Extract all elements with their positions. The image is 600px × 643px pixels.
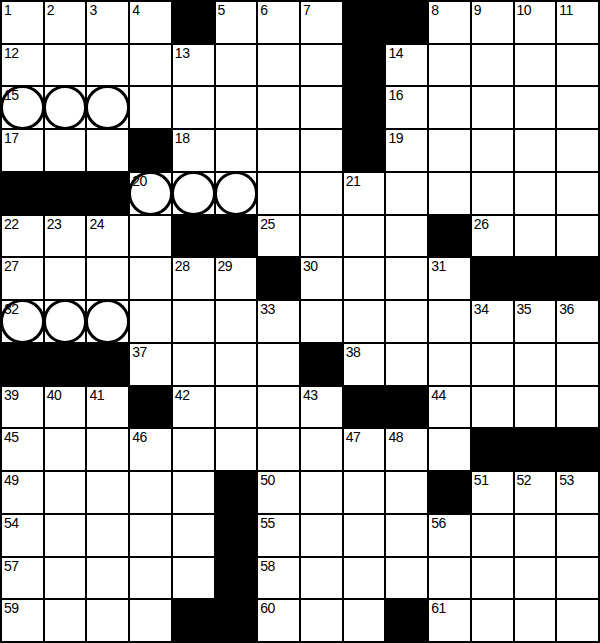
grid-cell[interactable] — [130, 216, 171, 257]
grid-cell[interactable] — [258, 387, 299, 428]
black-cell — [429, 216, 470, 257]
grid-cell[interactable]: 25 — [258, 216, 299, 257]
grid-cell[interactable]: 42 — [173, 387, 214, 428]
clue-number: 29 — [218, 259, 233, 274]
grid-cell[interactable] — [386, 301, 427, 342]
clue-number: 31 — [431, 259, 446, 274]
clue-number: 27 — [4, 259, 19, 274]
grid-cell[interactable] — [472, 87, 513, 128]
grid-cell[interactable] — [216, 173, 257, 214]
grid-cell[interactable]: 34 — [472, 301, 513, 342]
grid-cell[interactable]: 35 — [515, 301, 556, 342]
clue-number: 11 — [559, 3, 573, 18]
black-cell — [216, 600, 257, 641]
clue-number: 22 — [4, 217, 19, 232]
grid-cell[interactable] — [301, 216, 342, 257]
black-cell — [130, 387, 171, 428]
grid-cell[interactable]: 28 — [173, 258, 214, 299]
grid-cell[interactable] — [173, 515, 214, 556]
grid-cell[interactable] — [87, 258, 128, 299]
grid-cell[interactable] — [557, 87, 598, 128]
clue-number: 51 — [474, 473, 489, 488]
grid-cell[interactable]: 24 — [87, 216, 128, 257]
black-cell — [557, 429, 598, 470]
clue-number: 30 — [303, 259, 318, 274]
grid-cell[interactable] — [557, 344, 598, 385]
clue-number: 23 — [47, 217, 62, 232]
grid-cell[interactable]: 23 — [45, 216, 86, 257]
black-cell — [429, 472, 470, 513]
grid-cell[interactable] — [130, 600, 171, 641]
grid-cell[interactable] — [429, 45, 470, 86]
clue-number: 61 — [431, 601, 446, 616]
grid-cell[interactable] — [515, 173, 556, 214]
black-cell — [386, 2, 427, 43]
grid-cell[interactable]: 2 — [45, 2, 86, 43]
grid-cell[interactable] — [515, 216, 556, 257]
grid-cell[interactable] — [258, 45, 299, 86]
black-cell — [344, 2, 385, 43]
grid-cell[interactable] — [45, 558, 86, 599]
black-cell — [87, 173, 128, 214]
grid-cell[interactable]: 60 — [258, 600, 299, 641]
grid-cell[interactable] — [173, 558, 214, 599]
clue-number: 58 — [260, 559, 275, 574]
grid-cell[interactable] — [216, 387, 257, 428]
grid-cell[interactable] — [344, 558, 385, 599]
grid-cell[interactable] — [45, 600, 86, 641]
grid-cell[interactable]: 47 — [344, 429, 385, 470]
grid-cell[interactable] — [45, 429, 86, 470]
grid-cell[interactable]: 12 — [2, 45, 43, 86]
clue-number: 45 — [4, 430, 19, 445]
grid-cell[interactable]: 53 — [557, 472, 598, 513]
grid-cell[interactable] — [258, 173, 299, 214]
grid-cell[interactable] — [301, 87, 342, 128]
grid-cell[interactable] — [130, 558, 171, 599]
grid-cell[interactable] — [557, 173, 598, 214]
clue-number: 57 — [4, 559, 19, 574]
grid-cell[interactable] — [515, 344, 556, 385]
grid-cell[interactable]: 32 — [2, 301, 43, 342]
grid-cell[interactable] — [45, 301, 86, 342]
grid-cell[interactable]: 44 — [429, 387, 470, 428]
clue-number: 47 — [346, 430, 361, 445]
circle-marker — [43, 85, 88, 130]
grid-cell[interactable]: 57 — [2, 558, 43, 599]
clue-number: 19 — [388, 131, 403, 146]
clue-number: 12 — [4, 46, 19, 61]
grid-cell[interactable] — [258, 344, 299, 385]
grid-cell[interactable]: 59 — [2, 600, 43, 641]
black-cell — [344, 387, 385, 428]
grid-cell[interactable]: 22 — [2, 216, 43, 257]
grid-cell[interactable] — [216, 301, 257, 342]
grid-cell[interactable] — [429, 301, 470, 342]
clue-number: 18 — [175, 131, 190, 146]
grid-cell[interactable] — [216, 130, 257, 171]
grid-cell[interactable] — [472, 515, 513, 556]
grid-cell[interactable] — [429, 173, 470, 214]
grid-cell[interactable]: 6 — [258, 2, 299, 43]
clue-number: 41 — [89, 388, 104, 403]
grid-cell[interactable] — [515, 515, 556, 556]
grid-cell[interactable] — [472, 600, 513, 641]
grid-cell[interactable]: 46 — [130, 429, 171, 470]
black-cell — [216, 515, 257, 556]
grid-cell[interactable] — [557, 387, 598, 428]
clue-number: 59 — [4, 601, 19, 616]
clue-number: 7 — [303, 3, 310, 18]
clue-number: 24 — [89, 217, 104, 232]
black-cell — [173, 2, 214, 43]
clue-number: 55 — [260, 516, 275, 531]
grid-cell[interactable]: 51 — [472, 472, 513, 513]
grid-cell[interactable]: 43 — [301, 387, 342, 428]
grid-cell[interactable] — [216, 45, 257, 86]
grid-cell[interactable] — [472, 344, 513, 385]
clue-number: 50 — [260, 473, 275, 488]
black-cell — [344, 87, 385, 128]
grid-cell[interactable] — [258, 130, 299, 171]
circle-marker — [171, 171, 216, 216]
grid-cell[interactable]: 7 — [301, 2, 342, 43]
black-cell — [557, 258, 598, 299]
grid-cell[interactable] — [386, 344, 427, 385]
black-cell — [344, 130, 385, 171]
clue-number: 28 — [175, 259, 190, 274]
grid-cell[interactable]: 21 — [344, 173, 385, 214]
grid-cell[interactable] — [515, 87, 556, 128]
grid-cell[interactable]: 20 — [130, 173, 171, 214]
grid-cell[interactable] — [173, 301, 214, 342]
grid-cell[interactable]: 38 — [344, 344, 385, 385]
grid-cell[interactable]: 8 — [429, 2, 470, 43]
grid-cell[interactable] — [130, 515, 171, 556]
grid-cell[interactable]: 15 — [2, 87, 43, 128]
black-cell — [386, 387, 427, 428]
grid-cell[interactable] — [130, 472, 171, 513]
grid-cell[interactable]: 50 — [258, 472, 299, 513]
black-cell — [515, 258, 556, 299]
clue-number: 39 — [4, 388, 19, 403]
black-cell — [45, 344, 86, 385]
grid-cell[interactable] — [87, 472, 128, 513]
grid-cell[interactable] — [87, 130, 128, 171]
grid-cell[interactable] — [87, 301, 128, 342]
grid-cell[interactable] — [216, 429, 257, 470]
clue-number: 25 — [260, 217, 275, 232]
grid-cell[interactable] — [45, 515, 86, 556]
grid-cell[interactable]: 61 — [429, 600, 470, 641]
grid-cell[interactable] — [301, 130, 342, 171]
grid-cell[interactable] — [515, 387, 556, 428]
clue-number: 13 — [175, 46, 190, 61]
clue-number: 6 — [260, 3, 267, 18]
grid-cell[interactable] — [45, 87, 86, 128]
grid-cell[interactable] — [429, 130, 470, 171]
grid-cell[interactable] — [301, 301, 342, 342]
grid-cell[interactable] — [216, 344, 257, 385]
grid-cell[interactable] — [45, 472, 86, 513]
circle-marker — [214, 171, 259, 216]
grid-cell[interactable] — [301, 429, 342, 470]
grid-cell[interactable] — [173, 429, 214, 470]
grid-cell[interactable] — [344, 258, 385, 299]
grid-cell[interactable] — [344, 472, 385, 513]
clue-number: 43 — [303, 388, 318, 403]
grid-cell[interactable] — [386, 472, 427, 513]
clue-number: 21 — [346, 174, 361, 189]
grid-cell[interactable] — [557, 600, 598, 641]
grid-cell[interactable] — [130, 258, 171, 299]
grid-cell[interactable]: 58 — [258, 558, 299, 599]
grid-cell[interactable]: 55 — [258, 515, 299, 556]
grid-cell[interactable] — [87, 600, 128, 641]
grid-cell[interactable] — [301, 600, 342, 641]
clue-number: 38 — [346, 345, 361, 360]
grid-cell[interactable] — [216, 87, 257, 128]
clue-number: 44 — [431, 388, 446, 403]
clue-number: 48 — [388, 430, 403, 445]
crossword-board: 1234567891011121314151617181920212223242… — [0, 0, 600, 643]
grid-cell[interactable]: 16 — [386, 87, 427, 128]
grid-cell[interactable]: 5 — [216, 2, 257, 43]
grid-cell[interactable] — [429, 87, 470, 128]
grid-cell[interactable] — [301, 45, 342, 86]
grid-cell[interactable] — [258, 87, 299, 128]
grid-cell[interactable] — [130, 301, 171, 342]
clue-number: 9 — [474, 3, 481, 18]
clue-number: 20 — [132, 174, 147, 189]
circle-marker — [43, 299, 88, 344]
clue-number: 26 — [474, 217, 489, 232]
grid-cell[interactable] — [87, 87, 128, 128]
clue-number: 53 — [559, 473, 574, 488]
grid-cell[interactable]: 10 — [515, 2, 556, 43]
grid-cell[interactable] — [515, 600, 556, 641]
clue-number: 42 — [175, 388, 190, 403]
clue-number: 16 — [388, 88, 403, 103]
black-cell — [216, 216, 257, 257]
grid-cell[interactable]: 41 — [87, 387, 128, 428]
grid-cell[interactable]: 39 — [2, 387, 43, 428]
grid-cell[interactable] — [173, 173, 214, 214]
grid-cell[interactable]: 49 — [2, 472, 43, 513]
grid-cell[interactable] — [87, 515, 128, 556]
grid-cell[interactable]: 18 — [173, 130, 214, 171]
grid-cell[interactable]: 1 — [2, 2, 43, 43]
clue-number: 46 — [132, 430, 147, 445]
grid-cell[interactable]: 48 — [386, 429, 427, 470]
grid-cell[interactable] — [258, 429, 299, 470]
grid-cell[interactable] — [429, 344, 470, 385]
grid-cell[interactable] — [301, 558, 342, 599]
clue-number: 14 — [388, 46, 403, 61]
grid-cell[interactable]: 52 — [515, 472, 556, 513]
grid-cell[interactable] — [87, 558, 128, 599]
clue-number: 35 — [517, 302, 532, 317]
black-cell — [515, 429, 556, 470]
black-cell — [216, 472, 257, 513]
grid-cell[interactable]: 19 — [386, 130, 427, 171]
grid-cell[interactable]: 54 — [2, 515, 43, 556]
grid-cell[interactable] — [386, 515, 427, 556]
grid-cell[interactable] — [557, 130, 598, 171]
grid-cell[interactable] — [515, 45, 556, 86]
grid-cell[interactable]: 26 — [472, 216, 513, 257]
grid-cell[interactable] — [386, 258, 427, 299]
grid-cell[interactable]: 3 — [87, 2, 128, 43]
grid-cell[interactable]: 9 — [472, 2, 513, 43]
clue-number: 4 — [132, 3, 139, 18]
grid-cell[interactable] — [87, 45, 128, 86]
black-cell — [2, 344, 43, 385]
grid-cell[interactable] — [173, 344, 214, 385]
clue-number: 34 — [474, 302, 489, 317]
grid-cell[interactable]: 14 — [386, 45, 427, 86]
grid-cell[interactable]: 31 — [429, 258, 470, 299]
grid-cell[interactable]: 56 — [429, 515, 470, 556]
grid-cell[interactable] — [301, 173, 342, 214]
grid-cell[interactable] — [386, 558, 427, 599]
black-cell — [173, 600, 214, 641]
grid-cell[interactable] — [515, 130, 556, 171]
grid-cell[interactable] — [472, 173, 513, 214]
grid-cell[interactable] — [301, 515, 342, 556]
black-cell — [344, 45, 385, 86]
clue-number: 60 — [260, 601, 275, 616]
grid-cell[interactable]: 29 — [216, 258, 257, 299]
black-cell — [301, 344, 342, 385]
clue-number: 37 — [132, 345, 147, 360]
grid-cell[interactable] — [87, 429, 128, 470]
black-cell — [130, 130, 171, 171]
clue-number: 36 — [559, 302, 574, 317]
grid-cell[interactable] — [557, 45, 598, 86]
grid-cell[interactable] — [130, 87, 171, 128]
grid-cell[interactable] — [173, 472, 214, 513]
grid-cell[interactable] — [515, 558, 556, 599]
clue-number: 56 — [431, 516, 446, 531]
grid-cell[interactable] — [386, 216, 427, 257]
clue-number: 5 — [218, 3, 225, 18]
grid-cell[interactable] — [344, 515, 385, 556]
grid-cell[interactable]: 37 — [130, 344, 171, 385]
grid-cell[interactable] — [173, 87, 214, 128]
clue-number: 3 — [89, 3, 96, 18]
clue-number: 2 — [47, 3, 54, 18]
clue-number: 54 — [4, 516, 19, 531]
grid-cell[interactable] — [557, 515, 598, 556]
grid-cell[interactable]: 40 — [45, 387, 86, 428]
clue-number: 40 — [47, 388, 62, 403]
grid-cell[interactable] — [344, 600, 385, 641]
grid-cell[interactable]: 30 — [301, 258, 342, 299]
clue-number: 8 — [431, 3, 438, 18]
grid-cell[interactable] — [344, 216, 385, 257]
black-cell — [472, 258, 513, 299]
grid-cell[interactable] — [386, 173, 427, 214]
black-cell — [258, 258, 299, 299]
grid-cell[interactable] — [429, 558, 470, 599]
grid-cell[interactable] — [557, 216, 598, 257]
black-cell — [87, 344, 128, 385]
grid-cell[interactable]: 4 — [130, 2, 171, 43]
clue-number: 32 — [4, 302, 19, 317]
grid-cell[interactable] — [472, 45, 513, 86]
grid-cell[interactable] — [429, 429, 470, 470]
grid-cell[interactable] — [472, 387, 513, 428]
clue-number: 17 — [4, 131, 19, 146]
black-cell — [472, 429, 513, 470]
clue-number: 52 — [517, 473, 532, 488]
clue-number: 10 — [517, 3, 532, 18]
grid-cell[interactable] — [45, 45, 86, 86]
grid-cell[interactable]: 36 — [557, 301, 598, 342]
grid-cell[interactable] — [472, 558, 513, 599]
black-cell — [386, 600, 427, 641]
black-cell — [216, 558, 257, 599]
grid-cell[interactable] — [472, 130, 513, 171]
grid-cell[interactable]: 11 — [557, 2, 598, 43]
grid-cell[interactable] — [344, 301, 385, 342]
clue-number: 15 — [4, 88, 19, 103]
grid-cell[interactable] — [130, 45, 171, 86]
clue-number: 1 — [4, 3, 11, 18]
grid-cell[interactable]: 27 — [2, 258, 43, 299]
grid-cell[interactable] — [557, 558, 598, 599]
grid-cell[interactable] — [301, 472, 342, 513]
clue-number: 33 — [260, 302, 275, 317]
grid-cell[interactable] — [45, 258, 86, 299]
black-cell — [2, 173, 43, 214]
circle-marker — [85, 85, 130, 130]
circle-marker — [85, 299, 130, 344]
grid-cell[interactable] — [45, 130, 86, 171]
black-cell — [45, 173, 86, 214]
clue-number: 49 — [4, 473, 19, 488]
grid-cell[interactable]: 33 — [258, 301, 299, 342]
grid-cell[interactable]: 13 — [173, 45, 214, 86]
grid-cell[interactable]: 45 — [2, 429, 43, 470]
black-cell — [173, 216, 214, 257]
grid-cell[interactable]: 17 — [2, 130, 43, 171]
